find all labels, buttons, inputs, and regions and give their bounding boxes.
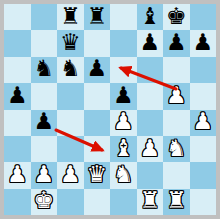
square-f7[interactable]: ♟ [137, 30, 164, 56]
white-queen-d2[interactable]: ♛ [86, 163, 107, 186]
black-knight-c6[interactable]: ♞ [60, 57, 81, 80]
square-h6[interactable] [190, 57, 217, 83]
black-pawn-e5[interactable]: ♟ [113, 84, 134, 107]
black-pawn-a5[interactable]: ♟ [7, 84, 28, 107]
black-pawn-g7[interactable]: ♟ [166, 31, 187, 54]
square-c8[interactable]: ♜ [57, 4, 84, 30]
white-pawn-f3[interactable]: ♟ [139, 137, 160, 160]
white-rook-f1[interactable]: ♜ [139, 189, 160, 212]
square-f4[interactable] [137, 110, 164, 136]
square-h1[interactable] [190, 189, 217, 215]
square-a1[interactable] [4, 189, 31, 215]
square-g3[interactable]: ♞ [163, 136, 190, 162]
square-d1[interactable] [84, 189, 111, 215]
square-e4[interactable]: ♟ [110, 110, 137, 136]
square-h8[interactable] [190, 4, 217, 30]
black-rook-d8[interactable]: ♜ [86, 5, 107, 28]
square-g4[interactable] [163, 110, 190, 136]
square-b1[interactable]: ♚ [31, 189, 58, 215]
square-b5[interactable] [31, 83, 58, 109]
square-e5[interactable]: ♟ [110, 83, 137, 109]
white-king-b1[interactable]: ♚ [33, 189, 54, 212]
square-b8[interactable] [31, 4, 58, 30]
white-bishop-e3[interactable]: ♝ [113, 137, 134, 160]
square-a8[interactable] [4, 4, 31, 30]
square-d7[interactable] [84, 30, 111, 56]
square-e6[interactable] [110, 57, 137, 83]
square-f3[interactable]: ♟ [137, 136, 164, 162]
square-a2[interactable]: ♟ [4, 162, 31, 188]
square-f2[interactable] [137, 162, 164, 188]
square-d2[interactable]: ♛ [84, 162, 111, 188]
square-c1[interactable] [57, 189, 84, 215]
white-knight-g3[interactable]: ♞ [166, 137, 187, 160]
black-rook-c8[interactable]: ♜ [60, 5, 81, 28]
square-h7[interactable]: ♟ [190, 30, 217, 56]
black-bishop-f8[interactable]: ♝ [139, 5, 160, 28]
square-f8[interactable]: ♝ [137, 4, 164, 30]
square-g6[interactable] [163, 57, 190, 83]
white-pawn-h4[interactable]: ♟ [192, 110, 213, 133]
square-a4[interactable] [4, 110, 31, 136]
white-knight-e2[interactable]: ♞ [113, 163, 134, 186]
black-pawn-d6[interactable]: ♟ [86, 57, 107, 80]
square-g1[interactable]: ♜ [163, 189, 190, 215]
square-f1[interactable]: ♜ [137, 189, 164, 215]
square-h5[interactable] [190, 83, 217, 109]
white-pawn-b2[interactable]: ♟ [33, 163, 54, 186]
square-d6[interactable]: ♟ [84, 57, 111, 83]
square-b6[interactable]: ♞ [31, 57, 58, 83]
chess-board-window: ♜♜♝♚♛♟♟♟♞♞♟♟♟♟♟♟♟♝♟♞♟♟♟♛♞♚♜♜ [0, 0, 220, 219]
square-c7[interactable]: ♛ [57, 30, 84, 56]
square-a5[interactable]: ♟ [4, 83, 31, 109]
square-e2[interactable]: ♞ [110, 162, 137, 188]
square-c6[interactable]: ♞ [57, 57, 84, 83]
square-a6[interactable] [4, 57, 31, 83]
square-b2[interactable]: ♟ [31, 162, 58, 188]
black-king-g8[interactable]: ♚ [166, 5, 187, 28]
white-pawn-g5[interactable]: ♟ [166, 84, 187, 107]
square-c4[interactable] [57, 110, 84, 136]
square-g8[interactable]: ♚ [163, 4, 190, 30]
square-e8[interactable] [110, 4, 137, 30]
square-b4[interactable]: ♟ [31, 110, 58, 136]
square-d5[interactable] [84, 83, 111, 109]
black-pawn-h7[interactable]: ♟ [192, 31, 213, 54]
square-g5[interactable]: ♟ [163, 83, 190, 109]
square-c2[interactable]: ♟ [57, 162, 84, 188]
square-d8[interactable]: ♜ [84, 4, 111, 30]
square-b3[interactable] [31, 136, 58, 162]
white-pawn-c2[interactable]: ♟ [60, 163, 81, 186]
square-e1[interactable] [110, 189, 137, 215]
black-queen-c7[interactable]: ♛ [60, 31, 81, 54]
square-g2[interactable] [163, 162, 190, 188]
black-pawn-b4[interactable]: ♟ [33, 110, 54, 133]
black-pawn-f7[interactable]: ♟ [139, 31, 160, 54]
black-knight-b6[interactable]: ♞ [33, 57, 54, 80]
square-e3[interactable]: ♝ [110, 136, 137, 162]
square-f6[interactable] [137, 57, 164, 83]
white-pawn-e4[interactable]: ♟ [113, 110, 134, 133]
square-a3[interactable] [4, 136, 31, 162]
square-b7[interactable] [31, 30, 58, 56]
square-c3[interactable] [57, 136, 84, 162]
square-h2[interactable] [190, 162, 217, 188]
chess-board: ♜♜♝♚♛♟♟♟♞♞♟♟♟♟♟♟♟♝♟♞♟♟♟♛♞♚♜♜ [4, 4, 216, 215]
square-h3[interactable] [190, 136, 217, 162]
square-d4[interactable] [84, 110, 111, 136]
white-pawn-a2[interactable]: ♟ [7, 163, 28, 186]
square-a7[interactable] [4, 30, 31, 56]
square-g7[interactable]: ♟ [163, 30, 190, 56]
square-h4[interactable]: ♟ [190, 110, 217, 136]
white-rook-g1[interactable]: ♜ [166, 189, 187, 212]
square-f5[interactable] [137, 83, 164, 109]
square-e7[interactable] [110, 30, 137, 56]
square-c5[interactable] [57, 83, 84, 109]
square-d3[interactable] [84, 136, 111, 162]
